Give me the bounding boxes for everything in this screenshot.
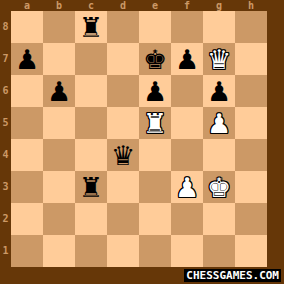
rank-label-7: 7: [0, 43, 11, 75]
file-label-g: g: [203, 0, 235, 11]
file-label-h: h: [235, 0, 267, 11]
square-f8[interactable]: [171, 11, 203, 43]
file-label-e: e: [139, 0, 171, 11]
square-f6[interactable]: [171, 75, 203, 107]
square-e5[interactable]: ♜: [139, 107, 171, 139]
square-a6[interactable]: [11, 75, 43, 107]
square-e4[interactable]: [139, 139, 171, 171]
rank-label-1: 1: [0, 235, 11, 267]
square-d3[interactable]: [107, 171, 139, 203]
square-c2[interactable]: [75, 203, 107, 235]
rank-label-4: 4: [0, 139, 11, 171]
square-g1[interactable]: [203, 235, 235, 267]
square-c8[interactable]: ♜: [75, 11, 107, 43]
square-d5[interactable]: [107, 107, 139, 139]
square-d6[interactable]: [107, 75, 139, 107]
rank-label-3: 3: [0, 171, 11, 203]
chess-board: ♜♟♚♟♛♟♟♟♜♟♛♜♟♚: [11, 11, 267, 267]
rank-labels: 87654321: [0, 11, 11, 267]
square-h8[interactable]: [235, 11, 267, 43]
square-f2[interactable]: [171, 203, 203, 235]
square-b7[interactable]: [43, 43, 75, 75]
square-a2[interactable]: [11, 203, 43, 235]
square-c6[interactable]: [75, 75, 107, 107]
black-pawn-b6[interactable]: ♟: [47, 78, 71, 105]
square-a3[interactable]: [11, 171, 43, 203]
square-e2[interactable]: [139, 203, 171, 235]
square-g7[interactable]: ♛: [203, 43, 235, 75]
square-e7[interactable]: ♚: [139, 43, 171, 75]
square-a8[interactable]: [11, 11, 43, 43]
square-d8[interactable]: [107, 11, 139, 43]
square-h5[interactable]: [235, 107, 267, 139]
square-d4[interactable]: ♛: [107, 139, 139, 171]
black-queen-d4[interactable]: ♛: [111, 142, 135, 169]
white-king-g3[interactable]: ♚: [207, 174, 231, 201]
square-e8[interactable]: [139, 11, 171, 43]
square-b2[interactable]: [43, 203, 75, 235]
square-h1[interactable]: [235, 235, 267, 267]
square-b4[interactable]: [43, 139, 75, 171]
black-pawn-f7[interactable]: ♟: [175, 46, 199, 73]
square-g2[interactable]: [203, 203, 235, 235]
square-a7[interactable]: ♟: [11, 43, 43, 75]
square-h3[interactable]: [235, 171, 267, 203]
square-d2[interactable]: [107, 203, 139, 235]
square-f1[interactable]: [171, 235, 203, 267]
black-king-e7[interactable]: ♚: [143, 46, 167, 73]
square-h4[interactable]: [235, 139, 267, 171]
square-d1[interactable]: [107, 235, 139, 267]
square-f4[interactable]: [171, 139, 203, 171]
square-b1[interactable]: [43, 235, 75, 267]
square-g4[interactable]: [203, 139, 235, 171]
white-pawn-g5[interactable]: ♟: [207, 110, 231, 137]
square-f5[interactable]: [171, 107, 203, 139]
square-g3[interactable]: ♚: [203, 171, 235, 203]
square-c4[interactable]: [75, 139, 107, 171]
rank-label-6: 6: [0, 75, 11, 107]
black-pawn-a7[interactable]: ♟: [15, 46, 39, 73]
square-h2[interactable]: [235, 203, 267, 235]
black-pawn-g6[interactable]: ♟: [207, 78, 231, 105]
file-label-d: d: [107, 0, 139, 11]
white-queen-g7[interactable]: ♛: [207, 46, 231, 73]
white-pawn-f3[interactable]: ♟: [175, 174, 199, 201]
square-a1[interactable]: [11, 235, 43, 267]
black-rook-c3[interactable]: ♜: [79, 174, 103, 201]
square-b8[interactable]: [43, 11, 75, 43]
file-label-a: a: [11, 0, 43, 11]
square-f7[interactable]: ♟: [171, 43, 203, 75]
square-c1[interactable]: [75, 235, 107, 267]
square-a5[interactable]: [11, 107, 43, 139]
square-d7[interactable]: [107, 43, 139, 75]
square-h7[interactable]: [235, 43, 267, 75]
square-c5[interactable]: [75, 107, 107, 139]
file-label-f: f: [171, 0, 203, 11]
square-b5[interactable]: [43, 107, 75, 139]
square-b6[interactable]: ♟: [43, 75, 75, 107]
square-f3[interactable]: ♟: [171, 171, 203, 203]
file-labels: abcdefgh: [11, 0, 267, 11]
file-label-b: b: [43, 0, 75, 11]
black-pawn-e6[interactable]: ♟: [143, 78, 167, 105]
square-c3[interactable]: ♜: [75, 171, 107, 203]
white-rook-e5[interactable]: ♜: [143, 110, 167, 137]
chessgames-logo[interactable]: CHESSGAMES.COM: [184, 269, 281, 282]
square-e3[interactable]: [139, 171, 171, 203]
square-e6[interactable]: ♟: [139, 75, 171, 107]
chess-board-frame: abcdefgh 87654321 ♜♟♚♟♛♟♟♟♜♟♛♜♟♚ CHESSGA…: [0, 0, 284, 284]
rank-label-5: 5: [0, 107, 11, 139]
square-g5[interactable]: ♟: [203, 107, 235, 139]
square-g6[interactable]: ♟: [203, 75, 235, 107]
square-e1[interactable]: [139, 235, 171, 267]
square-a4[interactable]: [11, 139, 43, 171]
square-g8[interactable]: [203, 11, 235, 43]
file-label-c: c: [75, 0, 107, 11]
rank-label-2: 2: [0, 203, 11, 235]
square-h6[interactable]: [235, 75, 267, 107]
square-b3[interactable]: [43, 171, 75, 203]
black-rook-c8[interactable]: ♜: [79, 14, 103, 41]
rank-label-8: 8: [0, 11, 11, 43]
square-c7[interactable]: [75, 43, 107, 75]
